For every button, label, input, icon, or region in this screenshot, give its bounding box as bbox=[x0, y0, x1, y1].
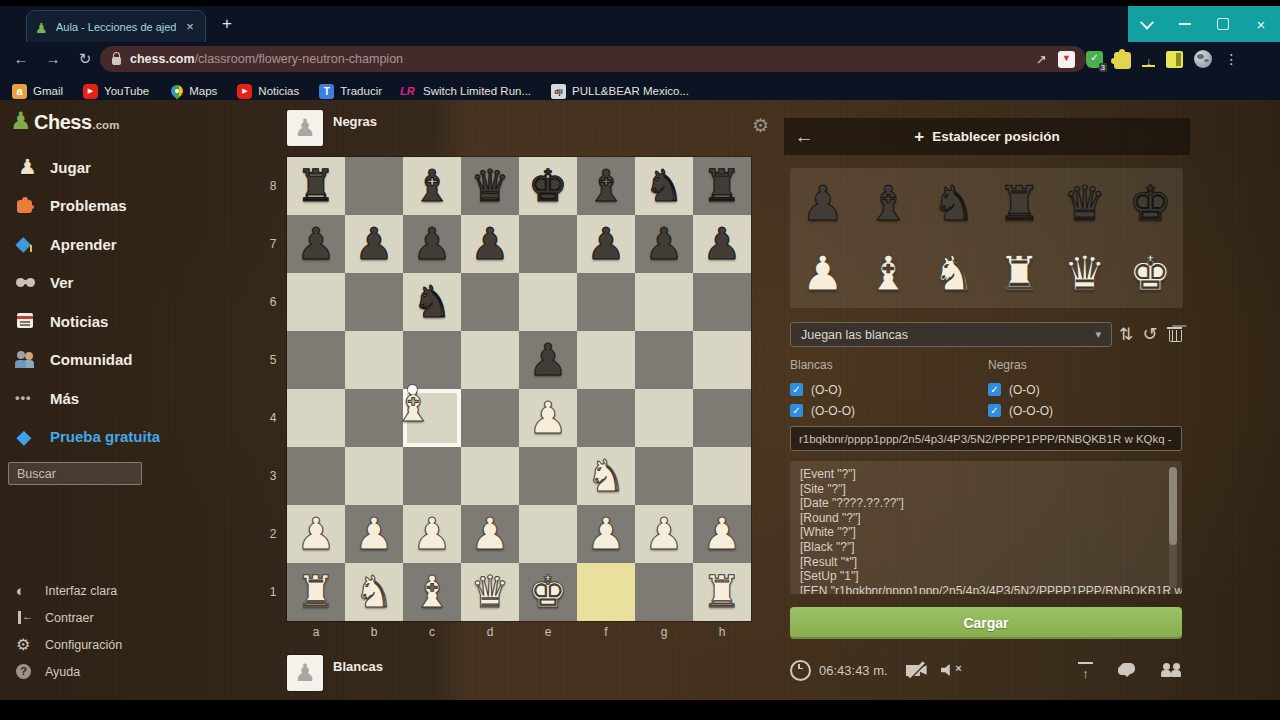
checkbox[interactable] bbox=[790, 383, 803, 396]
youtube-icon bbox=[237, 84, 252, 99]
dji-icon bbox=[551, 84, 566, 99]
palette-white-pawn[interactable]: ♟ bbox=[790, 238, 856, 308]
square-h1[interactable]: ♜ bbox=[693, 563, 751, 621]
palette-black-rook[interactable]: ♜ bbox=[987, 168, 1053, 238]
piece-black-bishop-c8[interactable]: ♝ bbox=[403, 157, 461, 215]
file-labels: abcdefgh bbox=[287, 624, 751, 640]
palette-white-bishop[interactable]: ♝ bbox=[856, 238, 922, 308]
square-f2[interactable]: ♟ bbox=[577, 505, 635, 563]
square-f8[interactable]: ♝ bbox=[577, 157, 635, 215]
turn-select[interactable]: Juegan las blancas bbox=[790, 322, 1112, 347]
palette-black-bishop[interactable]: ♝ bbox=[856, 168, 922, 238]
bookmark-label: Noticias bbox=[258, 85, 299, 97]
rank-label-7: 7 bbox=[263, 215, 283, 273]
sidebar-item-label: Interfaz clara bbox=[45, 584, 117, 598]
square-h3[interactable] bbox=[693, 447, 751, 505]
sidebar-item-contraer[interactable]: Contraer bbox=[0, 604, 283, 631]
logo-suffix: .com bbox=[93, 119, 120, 131]
square-a2[interactable]: ♟ bbox=[287, 505, 345, 563]
piece-black-knight-c6[interactable]: ♞ bbox=[403, 273, 461, 331]
castle-black-long[interactable]: (O-O-O) bbox=[988, 400, 1178, 421]
piece-white-pawn-b2[interactable]: ♟ bbox=[345, 505, 403, 563]
square-e2[interactable] bbox=[519, 505, 577, 563]
back-arrow-icon[interactable] bbox=[784, 126, 824, 148]
session-time: 06:43:43 m. bbox=[819, 663, 888, 678]
fen-input[interactable] bbox=[790, 426, 1182, 451]
palette-piece-icon: ♟ bbox=[801, 243, 844, 303]
browser-tab[interactable]: Aula - Lecciones de ajedrez para bbox=[26, 10, 206, 42]
share-screen-icon[interactable] bbox=[1078, 662, 1093, 679]
checkbox-label: (O-O) bbox=[811, 383, 842, 397]
new-tab-button[interactable] bbox=[216, 13, 238, 35]
piece-white-bishop-c4[interactable]: ♝ bbox=[384, 377, 442, 435]
camera-off-icon[interactable] bbox=[906, 663, 927, 677]
palette-white-queen[interactable]: ♛ bbox=[1052, 238, 1118, 308]
rank-label-3: 3 bbox=[263, 447, 283, 505]
palette-piece-icon: ♜ bbox=[998, 173, 1041, 233]
browser-toolbar: chess.com/classroom/flowery-neutron-cham… bbox=[0, 42, 1280, 76]
pgn-line: [FEN "r1bqkbnr/pppp1ppp/2n5/4p3/4P3/5N2/… bbox=[800, 584, 1160, 594]
piece-white-pawn-a2[interactable]: ♟ bbox=[287, 505, 345, 563]
sidebar-nav: JugarProblemasAprenderVerNoticiasComunid… bbox=[0, 148, 283, 456]
sidebar-item-jugar[interactable]: Jugar bbox=[0, 148, 283, 187]
square-f5[interactable] bbox=[577, 331, 635, 389]
square-c3[interactable] bbox=[403, 447, 461, 505]
file-label-g: g bbox=[635, 624, 693, 640]
palette-piece-icon: ♚ bbox=[1129, 173, 1172, 233]
turn-select-value: Juegan las blancas bbox=[801, 328, 908, 342]
rank-label-4: 4 bbox=[263, 389, 283, 447]
square-d1[interactable]: ♛ bbox=[461, 563, 519, 621]
checkbox[interactable] bbox=[988, 383, 1001, 396]
file-label-e: e bbox=[519, 624, 577, 640]
palette-white-rook[interactable]: ♜ bbox=[987, 238, 1053, 308]
file-label-c: c bbox=[403, 624, 461, 640]
pgn-line: [SetUp "1"] bbox=[800, 569, 1160, 584]
palette-piece-icon: ♚ bbox=[1129, 243, 1172, 303]
browser-chrome: Aula - Lecciones de ajedrez para chess.c… bbox=[0, 6, 1280, 100]
minimize-button[interactable] bbox=[1166, 6, 1204, 42]
share-icon[interactable] bbox=[1036, 52, 1047, 67]
reload-button[interactable] bbox=[74, 49, 96, 69]
reset-icon[interactable] bbox=[1140, 324, 1160, 344]
square-e1[interactable]: ♚ bbox=[519, 563, 577, 621]
chesscom-logo[interactable]: Chess .com bbox=[10, 108, 119, 134]
scrollbar[interactable] bbox=[1169, 467, 1177, 588]
ver-icon bbox=[15, 272, 37, 294]
player-top: Negras bbox=[287, 110, 377, 146]
palette-piece-icon: ♜ bbox=[998, 243, 1041, 303]
piece-black-bishop-f8[interactable]: ♝ bbox=[577, 157, 635, 215]
sidebar-item-label: Más bbox=[50, 390, 79, 407]
lock-icon[interactable] bbox=[112, 57, 121, 65]
chevron-down-button[interactable] bbox=[1128, 6, 1166, 42]
translate-icon bbox=[319, 84, 334, 99]
sidebar-item-problemas[interactable]: Problemas bbox=[0, 187, 283, 226]
square-f7[interactable]: ♟ bbox=[577, 215, 635, 273]
palette-black-queen[interactable]: ♛ bbox=[1052, 168, 1118, 238]
piece-white-pawn-h2[interactable]: ♟ bbox=[693, 505, 751, 563]
url-host: chess.com bbox=[130, 52, 195, 66]
square-c6[interactable]: ♞ bbox=[403, 273, 461, 331]
pgn-line: [Round "?"] bbox=[800, 511, 1160, 526]
sidebar-item-label: Aprender bbox=[50, 236, 117, 253]
pgn-line: [Site "?"] bbox=[800, 482, 1160, 497]
square-b7[interactable]: ♟ bbox=[345, 215, 403, 273]
sidebar-item-ayuda[interactable]: Ayuda bbox=[0, 658, 283, 685]
palette-black-king[interactable]: ♚ bbox=[1118, 168, 1184, 238]
rank-label-6: 6 bbox=[263, 273, 283, 331]
sidebar-item-m-s[interactable]: Más bbox=[0, 379, 283, 418]
square-a7[interactable]: ♟ bbox=[287, 215, 345, 273]
bookmark-pull-bear-mexico[interactable]: PULL&BEAR Mexico... bbox=[551, 84, 689, 99]
problemas-icon bbox=[15, 196, 37, 218]
piece-white-pawn-d2[interactable]: ♟ bbox=[461, 505, 519, 563]
square-h8[interactable]: ♜ bbox=[693, 157, 751, 215]
sidebar-item-label: Ver bbox=[50, 274, 73, 291]
piece-black-pawn-b7[interactable]: ♟ bbox=[345, 215, 403, 273]
square-g8[interactable]: ♞ bbox=[635, 157, 693, 215]
rank-label-1: 1 bbox=[263, 563, 283, 621]
square-c8[interactable]: ♝ bbox=[403, 157, 461, 215]
sidepanel-icon[interactable] bbox=[1166, 51, 1183, 68]
pgn-line: [White "?"] bbox=[800, 525, 1160, 540]
aprender-icon bbox=[15, 233, 37, 255]
square-g3[interactable] bbox=[635, 447, 693, 505]
classroom-toolbar: 06:43:43 m. bbox=[790, 652, 1183, 688]
castle-white-short[interactable]: (O-O) bbox=[790, 379, 980, 400]
square-f6[interactable] bbox=[577, 273, 635, 331]
piece-black-rook-h8[interactable]: ♜ bbox=[693, 157, 751, 215]
castle-white-long[interactable]: (O-O-O) bbox=[790, 400, 980, 421]
menu-icon[interactable] bbox=[1223, 51, 1240, 68]
square-b8[interactable] bbox=[345, 157, 403, 215]
black-player-name: Negras bbox=[333, 114, 377, 129]
sidebar-item-noticias[interactable]: Noticias bbox=[0, 302, 283, 341]
mute-icon[interactable] bbox=[941, 663, 963, 677]
square-a4[interactable] bbox=[287, 389, 345, 447]
piece-white-knight-f3[interactable]: ♞ bbox=[577, 447, 635, 505]
square-g4[interactable] bbox=[635, 389, 693, 447]
piece-white-pawn-g2[interactable]: ♟ bbox=[635, 505, 693, 563]
square-d6[interactable] bbox=[461, 273, 519, 331]
search-input[interactable] bbox=[8, 462, 142, 485]
profile-icon[interactable] bbox=[1194, 50, 1212, 68]
square-b1[interactable]: ♞ bbox=[345, 563, 403, 621]
noticias-icon bbox=[15, 310, 37, 332]
square-h4[interactable] bbox=[693, 389, 751, 447]
castling-white-label: Blancas bbox=[790, 358, 980, 372]
square-h5[interactable] bbox=[693, 331, 751, 389]
bookmark-maps[interactable]: Maps bbox=[169, 85, 217, 97]
square-g2[interactable]: ♟ bbox=[635, 505, 693, 563]
puzzle-icon[interactable] bbox=[1114, 52, 1131, 69]
sidebar-item-label: Contraer bbox=[45, 611, 94, 625]
palette-piece-icon: ♝ bbox=[867, 173, 910, 233]
square-g6[interactable] bbox=[635, 273, 693, 331]
tab-strip: Aula - Lecciones de ajedrez para bbox=[0, 6, 1280, 42]
bookmark-traducir[interactable]: Traducir bbox=[319, 84, 382, 99]
square-d2[interactable]: ♟ bbox=[461, 505, 519, 563]
player-bottom: Blancas bbox=[287, 655, 383, 691]
sidebar-item-label: Comunidad bbox=[50, 351, 133, 368]
sidebar-item-label: Noticias bbox=[50, 313, 108, 330]
piece-black-king-e8[interactable]: ♚ bbox=[519, 157, 577, 215]
palette-black-knight[interactable]: ♞ bbox=[921, 168, 987, 238]
piece-palette: ♟♝♞♜♛♚♟♝♞♜♛♚ bbox=[790, 168, 1183, 308]
square-e8[interactable]: ♚ bbox=[519, 157, 577, 215]
chevron-down-icon bbox=[1095, 328, 1101, 341]
palette-black-pawn[interactable]: ♟ bbox=[790, 168, 856, 238]
palette-piece-icon: ♛ bbox=[1063, 243, 1106, 303]
tab-close-icon[interactable] bbox=[183, 19, 197, 34]
square-e7[interactable] bbox=[519, 215, 577, 273]
square-g1[interactable] bbox=[635, 563, 693, 621]
square-f4[interactable] bbox=[577, 389, 635, 447]
square-d3[interactable] bbox=[461, 447, 519, 505]
piece-black-queen-d8[interactable]: ♛ bbox=[461, 157, 519, 215]
amazon-icon bbox=[12, 84, 27, 99]
square-f1[interactable] bbox=[577, 563, 635, 621]
rank-label-5: 5 bbox=[263, 331, 283, 389]
url-text: chess.com/classroom/flowery-neutron-cham… bbox=[130, 52, 1022, 66]
sidebar-item-configuraci-n[interactable]: Configuración bbox=[0, 631, 283, 658]
palette-piece-icon: ♞ bbox=[932, 243, 975, 303]
setup-panel-title: Establecer posición bbox=[824, 127, 1150, 147]
bookmark-switch-limited-run[interactable]: Switch Limited Run... bbox=[402, 84, 531, 99]
prueba-icon bbox=[15, 426, 37, 448]
extensions-row bbox=[1058, 47, 1240, 71]
forward-button[interactable] bbox=[42, 49, 64, 69]
clock-icon bbox=[790, 660, 811, 681]
square-h7[interactable]: ♟ bbox=[693, 215, 751, 273]
sidebar-item-label: Configuración bbox=[45, 638, 122, 652]
configuracion-icon bbox=[15, 636, 33, 654]
page-content: Chess .com JugarProblemasAprenderVerNoti… bbox=[0, 100, 1280, 700]
pgn-line: [Event "?"] bbox=[800, 467, 1160, 482]
file-label-h: h bbox=[693, 624, 751, 640]
tab-title: Aula - Lecciones de ajedrez para bbox=[56, 21, 176, 33]
white-player-name: Blancas bbox=[333, 659, 383, 674]
rank-label-2: 2 bbox=[263, 505, 283, 563]
piece-white-bishop-c1[interactable]: ♝ bbox=[403, 563, 461, 621]
square-g5[interactable] bbox=[635, 331, 693, 389]
bookmark-youtube[interactable]: YouTube bbox=[83, 84, 149, 99]
piece-white-pawn-e4[interactable]: ♟ bbox=[519, 389, 577, 447]
file-label-a: a bbox=[287, 624, 345, 640]
sidebar-item-label: Prueba gratuita bbox=[50, 428, 160, 445]
bookmark-gmail[interactable]: Gmail bbox=[12, 84, 63, 99]
sidebar-bottom: Interfaz claraContraerConfiguraciónAyuda bbox=[0, 577, 283, 685]
square-c7[interactable]: ♟ bbox=[403, 215, 461, 273]
piece-black-knight-g8[interactable]: ♞ bbox=[635, 157, 693, 215]
sidebar-item-aprender[interactable]: Aprender bbox=[0, 225, 283, 264]
youtube-icon bbox=[83, 84, 98, 99]
square-a3[interactable] bbox=[287, 447, 345, 505]
download-icon[interactable] bbox=[1142, 52, 1155, 67]
castling-black-label: Negras bbox=[988, 358, 1178, 372]
palette-piece-icon: ♛ bbox=[1063, 173, 1106, 233]
checkbox[interactable] bbox=[988, 404, 1001, 417]
piece-black-pawn-d7[interactable]: ♟ bbox=[461, 215, 519, 273]
window-controls bbox=[1128, 6, 1280, 42]
square-f3[interactable]: ♞ bbox=[577, 447, 635, 505]
address-bar[interactable]: chess.com/classroom/flowery-neutron-cham… bbox=[100, 46, 1086, 72]
flip-board-icon[interactable] bbox=[1116, 324, 1136, 344]
piece-black-pawn-e5[interactable]: ♟ bbox=[519, 331, 577, 389]
pgn-line: [Date "????.??.??"] bbox=[800, 496, 1160, 511]
sidebar-item-interfaz-clara[interactable]: Interfaz clara bbox=[0, 577, 283, 604]
file-label-f: f bbox=[577, 624, 635, 640]
square-d7[interactable]: ♟ bbox=[461, 215, 519, 273]
rank-label-8: 8 bbox=[263, 157, 283, 215]
square-c1[interactable]: ♝ bbox=[403, 563, 461, 621]
square-c4[interactable]: ♝ bbox=[403, 389, 461, 447]
pgn-textarea[interactable]: [Event "?"][Site "?"][Date "????.??.??"]… bbox=[790, 461, 1182, 594]
square-c2[interactable]: ♟ bbox=[403, 505, 461, 563]
mas-icon bbox=[15, 387, 37, 409]
piece-white-pawn-c2[interactable]: ♟ bbox=[403, 505, 461, 563]
pgn-line: [Black "?"] bbox=[800, 540, 1160, 555]
checkbox-label: (O-O) bbox=[1009, 383, 1040, 397]
white-player-avatar[interactable] bbox=[287, 655, 323, 691]
castling-white: Blancas (O-O)(O-O-O) bbox=[790, 358, 980, 421]
palette-piece-icon: ♟ bbox=[801, 173, 844, 233]
bookmark-label: Gmail bbox=[33, 85, 63, 97]
sidebar-item-label: Ayuda bbox=[45, 665, 80, 679]
square-g7[interactable]: ♟ bbox=[635, 215, 693, 273]
square-d8[interactable]: ♛ bbox=[461, 157, 519, 215]
square-b2[interactable]: ♟ bbox=[345, 505, 403, 563]
rank-labels: 87654321 bbox=[263, 157, 283, 621]
shield-icon[interactable] bbox=[1086, 51, 1103, 68]
contraer-icon bbox=[15, 609, 33, 627]
square-h6[interactable] bbox=[693, 273, 751, 331]
square-a6[interactable] bbox=[287, 273, 345, 331]
checkbox-label: (O-O-O) bbox=[811, 404, 855, 418]
chess-board[interactable]: ♜♝♛♚♝♞♜♟♟♟♟♟♟♟♞♟♝♟♞♟♟♟♟♟♟♟♜♞♝♛♚♜ bbox=[287, 157, 751, 621]
sidebar-item-comunidad[interactable]: Comunidad bbox=[0, 341, 283, 380]
palette-white-king[interactable]: ♚ bbox=[1118, 238, 1184, 308]
square-d5[interactable] bbox=[461, 331, 519, 389]
piece-white-pawn-f2[interactable]: ♟ bbox=[577, 505, 635, 563]
file-label-b: b bbox=[345, 624, 403, 640]
palette-white-knight[interactable]: ♞ bbox=[921, 238, 987, 308]
bookmark-label: YouTube bbox=[104, 85, 149, 97]
square-d4[interactable] bbox=[461, 389, 519, 447]
square-b6[interactable] bbox=[345, 273, 403, 331]
maximize-button[interactable] bbox=[1204, 6, 1242, 42]
square-a5[interactable] bbox=[287, 331, 345, 389]
interfaz-clara-icon bbox=[15, 582, 33, 600]
comunidad-icon bbox=[15, 349, 37, 371]
piece-white-king-e1[interactable]: ♚ bbox=[519, 563, 577, 621]
palette-piece-icon: ♞ bbox=[932, 173, 975, 233]
url-path: /classroom/flowery-neutron-champion bbox=[195, 52, 403, 66]
ayuda-icon bbox=[15, 663, 33, 681]
logo-text: Chess bbox=[34, 111, 92, 134]
bookmark-label: Traducir bbox=[340, 85, 382, 97]
square-e3[interactable] bbox=[519, 447, 577, 505]
sidebar-item-label: Jugar bbox=[50, 159, 91, 176]
piece-black-pawn-c7[interactable]: ♟ bbox=[403, 215, 461, 273]
checkbox[interactable] bbox=[790, 404, 803, 417]
mcafee-icon[interactable] bbox=[1058, 51, 1075, 68]
maps-icon bbox=[169, 83, 186, 100]
piece-white-rook-h1[interactable]: ♜ bbox=[693, 563, 751, 621]
piece-white-knight-b1[interactable]: ♞ bbox=[345, 563, 403, 621]
bookmark-label: PULL&BEAR Mexico... bbox=[572, 85, 689, 97]
square-e5[interactable]: ♟ bbox=[519, 331, 577, 389]
chesscom-favicon-icon bbox=[35, 19, 49, 35]
checkbox-label: (O-O-O) bbox=[1009, 404, 1053, 418]
jugar-icon bbox=[15, 156, 37, 178]
palette-piece-icon: ♝ bbox=[867, 243, 910, 303]
sidebar-item-prueba-gratuita[interactable]: Prueba gratuita bbox=[0, 418, 283, 457]
plus-icon bbox=[914, 127, 924, 146]
square-e6[interactable] bbox=[519, 273, 577, 331]
load-button[interactable]: Cargar bbox=[790, 607, 1182, 639]
bookmark-noticias[interactable]: Noticias bbox=[237, 84, 299, 99]
back-button[interactable] bbox=[10, 49, 32, 69]
square-a8[interactable]: ♜ bbox=[287, 157, 345, 215]
piece-black-pawn-f7[interactable]: ♟ bbox=[577, 215, 635, 273]
sidebar-item-ver[interactable]: Ver bbox=[0, 264, 283, 303]
setup-panel-header: Establecer posición bbox=[784, 118, 1190, 155]
piece-black-pawn-h7[interactable]: ♟ bbox=[693, 215, 751, 273]
lr-icon bbox=[402, 84, 417, 99]
pawn-logo-icon bbox=[10, 108, 32, 134]
scrollbar-thumb[interactable] bbox=[1169, 467, 1177, 545]
trash-icon[interactable] bbox=[1165, 324, 1185, 344]
bookmark-label: Switch Limited Run... bbox=[423, 85, 531, 97]
piece-black-pawn-a7[interactable]: ♟ bbox=[287, 215, 345, 273]
piece-black-rook-a8[interactable]: ♜ bbox=[287, 157, 345, 215]
file-label-d: d bbox=[461, 624, 519, 640]
square-a1[interactable]: ♜ bbox=[287, 563, 345, 621]
castle-black-short[interactable]: (O-O) bbox=[988, 379, 1178, 400]
pgn-line: [Result "*"] bbox=[800, 555, 1160, 570]
chat-icon[interactable] bbox=[1117, 663, 1137, 678]
screen: Aula - Lecciones de ajedrez para chess.c… bbox=[0, 0, 1280, 720]
piece-white-queen-d1[interactable]: ♛ bbox=[461, 563, 519, 621]
square-b3[interactable] bbox=[345, 447, 403, 505]
participants-icon[interactable] bbox=[1161, 663, 1183, 678]
board-settings-gear-icon[interactable] bbox=[752, 114, 774, 136]
close-button[interactable] bbox=[1242, 6, 1280, 42]
bookmark-label: Maps bbox=[189, 85, 217, 97]
piece-black-pawn-g7[interactable]: ♟ bbox=[635, 215, 693, 273]
square-e4[interactable]: ♟ bbox=[519, 389, 577, 447]
castling-black: Negras (O-O)(O-O-O) bbox=[988, 358, 1178, 421]
square-h2[interactable]: ♟ bbox=[693, 505, 751, 563]
black-player-avatar[interactable] bbox=[287, 110, 323, 146]
sidebar-item-label: Problemas bbox=[50, 197, 127, 214]
piece-white-rook-a1[interactable]: ♜ bbox=[287, 563, 345, 621]
